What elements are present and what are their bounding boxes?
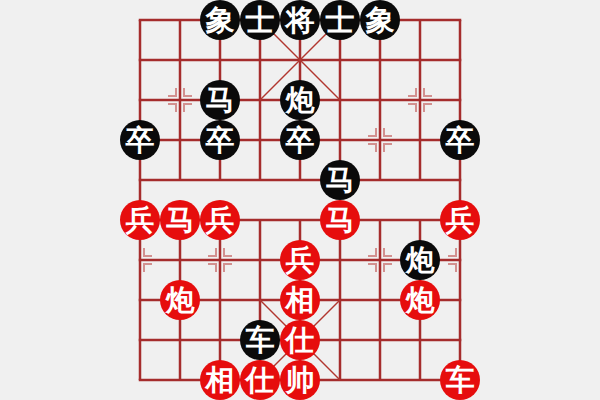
piece-black-cannon[interactable]: 炮: [400, 240, 440, 280]
screenshot-root: 象士将士象马炮卒卒卒卒马兵马兵马兵兵炮炮相炮车仕相仕帅车: [0, 0, 600, 400]
piece-black-soldier[interactable]: 卒: [120, 120, 160, 160]
piece-red-elephant[interactable]: 相: [200, 360, 240, 400]
piece-black-horse[interactable]: 马: [200, 80, 240, 120]
piece-red-soldier[interactable]: 兵: [280, 240, 320, 280]
piece-black-soldier[interactable]: 卒: [440, 120, 480, 160]
piece-red-soldier[interactable]: 兵: [120, 200, 160, 240]
piece-black-soldier[interactable]: 卒: [280, 120, 320, 160]
piece-red-horse[interactable]: 马: [320, 200, 360, 240]
piece-red-cannon[interactable]: 炮: [400, 280, 440, 320]
piece-red-general[interactable]: 帅: [280, 360, 320, 400]
piece-black-general[interactable]: 将: [280, 0, 320, 40]
piece-red-soldier[interactable]: 兵: [200, 200, 240, 240]
piece-black-cannon[interactable]: 炮: [280, 80, 320, 120]
piece-red-chariot[interactable]: 车: [440, 360, 480, 400]
piece-red-soldier[interactable]: 兵: [440, 200, 480, 240]
piece-red-horse[interactable]: 马: [160, 200, 200, 240]
piece-black-elephant[interactable]: 象: [200, 0, 240, 40]
piece-black-chariot[interactable]: 车: [240, 320, 280, 360]
piece-black-advisor[interactable]: 士: [320, 0, 360, 40]
xiangqi-board[interactable]: 象士将士象马炮卒卒卒卒马兵马兵马兵兵炮炮相炮车仕相仕帅车: [120, 0, 480, 400]
piece-black-horse[interactable]: 马: [320, 160, 360, 200]
piece-red-advisor[interactable]: 仕: [240, 360, 280, 400]
piece-red-advisor[interactable]: 仕: [280, 320, 320, 360]
piece-black-elephant[interactable]: 象: [360, 0, 400, 40]
piece-red-elephant[interactable]: 相: [280, 280, 320, 320]
piece-red-cannon[interactable]: 炮: [160, 280, 200, 320]
piece-black-advisor[interactable]: 士: [240, 0, 280, 40]
piece-black-soldier[interactable]: 卒: [200, 120, 240, 160]
